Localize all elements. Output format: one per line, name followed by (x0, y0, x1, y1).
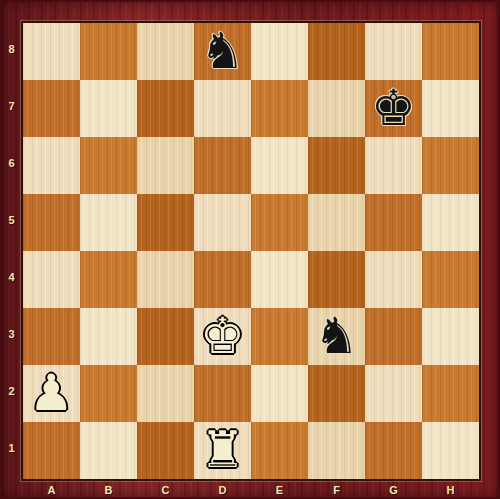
square-b8[interactable] (80, 23, 137, 80)
square-f4[interactable] (308, 251, 365, 308)
piece-white-pawn[interactable]: ♟ (29, 368, 74, 418)
rank-label-6: 6 (2, 135, 21, 192)
rank-label-7: 7 (2, 78, 21, 135)
square-b2[interactable] (80, 365, 137, 422)
square-c5[interactable] (137, 194, 194, 251)
square-g7[interactable]: ♚ (365, 80, 422, 137)
square-b1[interactable] (80, 422, 137, 479)
square-c4[interactable] (137, 251, 194, 308)
square-f2[interactable] (308, 365, 365, 422)
board: ♞♚♚♞♟♜ (21, 21, 481, 481)
square-e1[interactable] (251, 422, 308, 479)
square-a8[interactable] (23, 23, 80, 80)
square-g3[interactable] (365, 308, 422, 365)
square-h5[interactable] (422, 194, 479, 251)
square-c7[interactable] (137, 80, 194, 137)
piece-black-knight[interactable]: ♞ (314, 311, 359, 361)
file-label-f: F (308, 480, 365, 499)
square-a5[interactable] (23, 194, 80, 251)
piece-black-knight[interactable]: ♞ (200, 26, 245, 76)
square-c3[interactable] (137, 308, 194, 365)
file-label-a: A (23, 480, 80, 499)
square-g1[interactable] (365, 422, 422, 479)
square-g4[interactable] (365, 251, 422, 308)
square-g8[interactable] (365, 23, 422, 80)
square-g2[interactable] (365, 365, 422, 422)
square-c8[interactable] (137, 23, 194, 80)
square-f3[interactable]: ♞ (308, 308, 365, 365)
square-b4[interactable] (80, 251, 137, 308)
rank-label-3: 3 (2, 306, 21, 363)
piece-white-king[interactable]: ♚ (200, 311, 245, 361)
square-h4[interactable] (422, 251, 479, 308)
board-grid: ♞♚♚♞♟♜ (23, 23, 479, 479)
square-d8[interactable]: ♞ (194, 23, 251, 80)
square-d4[interactable] (194, 251, 251, 308)
file-label-c: C (137, 480, 194, 499)
square-g6[interactable] (365, 137, 422, 194)
square-e3[interactable] (251, 308, 308, 365)
square-d5[interactable] (194, 194, 251, 251)
square-a6[interactable] (23, 137, 80, 194)
square-e6[interactable] (251, 137, 308, 194)
file-label-h: H (422, 480, 479, 499)
rank-label-5: 5 (2, 192, 21, 249)
square-f1[interactable] (308, 422, 365, 479)
square-h1[interactable] (422, 422, 479, 479)
square-h2[interactable] (422, 365, 479, 422)
square-f6[interactable] (308, 137, 365, 194)
rank-label-2: 2 (2, 363, 21, 420)
square-d6[interactable] (194, 137, 251, 194)
file-label-e: E (251, 480, 308, 499)
square-e5[interactable] (251, 194, 308, 251)
rank-label-4: 4 (2, 249, 21, 306)
square-f7[interactable] (308, 80, 365, 137)
square-c2[interactable] (137, 365, 194, 422)
file-label-d: D (194, 480, 251, 499)
square-h8[interactable] (422, 23, 479, 80)
rank-label-1: 1 (2, 420, 21, 477)
rank-label-8: 8 (2, 21, 21, 78)
square-e2[interactable] (251, 365, 308, 422)
square-h6[interactable] (422, 137, 479, 194)
square-g5[interactable] (365, 194, 422, 251)
square-a1[interactable] (23, 422, 80, 479)
piece-white-rook[interactable]: ♜ (200, 425, 245, 475)
square-e7[interactable] (251, 80, 308, 137)
square-d3[interactable]: ♚ (194, 308, 251, 365)
square-a7[interactable] (23, 80, 80, 137)
square-b7[interactable] (80, 80, 137, 137)
square-h3[interactable] (422, 308, 479, 365)
square-d2[interactable] (194, 365, 251, 422)
square-e4[interactable] (251, 251, 308, 308)
square-f5[interactable] (308, 194, 365, 251)
square-a3[interactable] (23, 308, 80, 365)
square-f8[interactable] (308, 23, 365, 80)
square-b6[interactable] (80, 137, 137, 194)
square-d7[interactable] (194, 80, 251, 137)
square-d1[interactable]: ♜ (194, 422, 251, 479)
square-b3[interactable] (80, 308, 137, 365)
piece-black-king[interactable]: ♚ (371, 83, 416, 133)
square-c6[interactable] (137, 137, 194, 194)
square-b5[interactable] (80, 194, 137, 251)
file-label-g: G (365, 480, 422, 499)
file-label-b: B (80, 480, 137, 499)
square-e8[interactable] (251, 23, 308, 80)
square-h7[interactable] (422, 80, 479, 137)
board-frame: ♞♚♚♞♟♜ 87654321 ABCDEFGH (0, 0, 500, 499)
square-a4[interactable] (23, 251, 80, 308)
square-c1[interactable] (137, 422, 194, 479)
square-a2[interactable]: ♟ (23, 365, 80, 422)
